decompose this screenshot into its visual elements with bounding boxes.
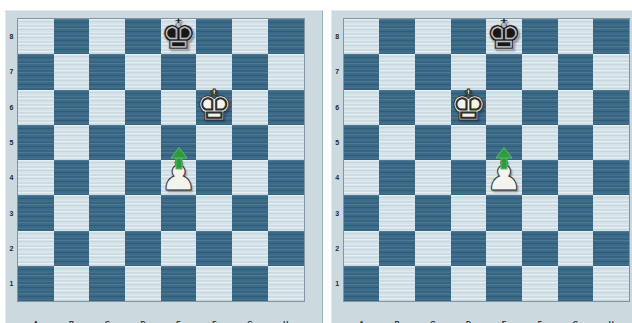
board-squares: ♚♚♟ [343,18,631,302]
file-label-h: H [268,319,304,323]
left-square-f1[interactable] [196,266,232,301]
left-square-e8[interactable]: ♚ [161,19,197,54]
rank-label-8: 8 [332,19,343,54]
right-square-b1[interactable] [379,266,415,301]
rank-label-2: 2 [332,231,343,266]
right-square-e1[interactable] [486,266,522,301]
file-label-a: A [18,319,54,323]
right-square-h3[interactable] [593,195,629,230]
left-square-e7[interactable] [161,54,197,89]
left-square-h2[interactable] [268,231,304,266]
file-label-b: B [54,319,90,323]
right-square-a1[interactable] [344,266,380,301]
left-square-d6[interactable] [125,90,161,125]
right-square-a7[interactable] [344,54,380,89]
left-square-a7[interactable] [18,54,54,89]
rank-label-5: 5 [6,125,17,160]
right-square-b8[interactable] [379,19,415,54]
left-square-g1[interactable] [232,266,268,301]
left-square-e3[interactable] [161,195,197,230]
right-square-b5[interactable] [379,125,415,160]
right-square-g6[interactable] [558,90,594,125]
left-square-f4[interactable] [196,160,232,195]
right-square-d8[interactable] [451,19,487,54]
file-labels: ABCDEFGH [18,319,304,323]
left-square-d1[interactable] [125,266,161,301]
right-square-a3[interactable] [344,195,380,230]
rank-label-6: 6 [6,90,17,125]
left-square-f8[interactable] [196,19,232,54]
right-square-e2[interactable] [486,231,522,266]
rank-labels: 87654321 [332,19,343,301]
left-square-b6[interactable] [54,90,90,125]
left-square-e4[interactable]: ♟ [161,160,197,195]
rank-label-8: 8 [6,19,17,54]
left-square-a4[interactable] [18,160,54,195]
left-square-f2[interactable] [196,231,232,266]
right-square-e8[interactable]: ♚ [486,19,522,54]
file-label-a: A [344,319,380,323]
left-square-f6[interactable]: ♚ [196,90,232,125]
rank-label-1: 1 [332,266,343,301]
rank-label-6: 6 [332,90,343,125]
left-square-a5[interactable] [18,125,54,160]
right-square-e4[interactable]: ♟ [486,160,522,195]
file-label-g: G [558,319,594,323]
left-square-a3[interactable] [18,195,54,230]
left-square-c3[interactable] [89,195,125,230]
right-square-h2[interactable] [593,231,629,266]
right-square-d3[interactable] [451,195,487,230]
left-square-e1[interactable] [161,266,197,301]
right-square-d4[interactable] [451,160,487,195]
left-square-h3[interactable] [268,195,304,230]
left-square-h8[interactable] [268,19,304,54]
file-label-c: C [415,319,451,323]
right-square-h8[interactable] [593,19,629,54]
left-square-b2[interactable] [54,231,90,266]
right-square-g4[interactable] [558,160,594,195]
right-square-g3[interactable] [558,195,594,230]
right-square-d6[interactable]: ♚ [451,90,487,125]
left-square-c6[interactable] [89,90,125,125]
left-square-h1[interactable] [268,266,304,301]
rank-label-5: 5 [332,125,343,160]
left-square-c8[interactable] [89,19,125,54]
right-square-a6[interactable] [344,90,380,125]
right-square-a4[interactable] [344,160,380,195]
left-square-c1[interactable] [89,266,125,301]
left-square-a1[interactable] [18,266,54,301]
right-square-f4[interactable] [522,160,558,195]
right-square-h4[interactable] [593,160,629,195]
file-labels: ABCDEFGH [344,319,630,323]
boards-row: 87654321 ♚♚♟ ABCDEFGH 87654321 ♚♚♟ ABCDE… [0,0,632,323]
left-square-d2[interactable] [125,231,161,266]
rank-label-3: 3 [332,195,343,230]
rank-labels: 87654321 [6,19,17,301]
left-square-c5[interactable] [89,125,125,160]
right-square-b7[interactable] [379,54,415,89]
right-square-g2[interactable] [558,231,594,266]
left-square-h4[interactable] [268,160,304,195]
right-square-c8[interactable] [415,19,451,54]
rank-label-1: 1 [6,266,17,301]
white-pawn[interactable]: ♟ [485,158,523,193]
left-square-c2[interactable] [89,231,125,266]
right-square-f1[interactable] [522,266,558,301]
right-square-h6[interactable] [593,90,629,125]
right-square-b3[interactable] [379,195,415,230]
right-square-f7[interactable] [522,54,558,89]
file-label-d: D [451,319,487,323]
left-square-b7[interactable] [54,54,90,89]
right-square-e3[interactable] [486,195,522,230]
white-pawn[interactable]: ♟ [160,158,198,193]
left-square-e2[interactable] [161,231,197,266]
left-square-a2[interactable] [18,231,54,266]
right-square-e6[interactable] [486,90,522,125]
left-square-e6[interactable] [161,90,197,125]
right-square-c7[interactable] [415,54,451,89]
file-label-h: H [593,319,629,323]
right-square-f5[interactable] [522,125,558,160]
file-label-e: E [486,319,522,323]
right-square-b6[interactable] [379,90,415,125]
right-square-d5[interactable] [451,125,487,160]
left-square-h6[interactable] [268,90,304,125]
right-square-c3[interactable] [415,195,451,230]
left-square-d5[interactable] [125,125,161,160]
board-squares: ♚♚♟ [17,18,305,302]
right-square-d1[interactable] [451,266,487,301]
left-square-f3[interactable] [196,195,232,230]
right-square-g5[interactable] [558,125,594,160]
left-square-a8[interactable] [18,19,54,54]
left-square-c4[interactable] [89,160,125,195]
white-king[interactable]: ♚ [450,88,488,123]
file-label-d: D [125,319,161,323]
left-square-g3[interactable] [232,195,268,230]
left-square-b1[interactable] [54,266,90,301]
rank-label-7: 7 [332,54,343,89]
chess-board-left: 87654321 ♚♚♟ ABCDEFGH [5,10,323,323]
right-square-f3[interactable] [522,195,558,230]
file-label-f: F [196,319,232,323]
left-square-b5[interactable] [54,125,90,160]
rank-label-2: 2 [6,231,17,266]
right-square-a8[interactable] [344,19,380,54]
left-square-g2[interactable] [232,231,268,266]
black-king[interactable]: ♚ [485,17,523,52]
file-label-b: B [379,319,415,323]
left-square-g6[interactable] [232,90,268,125]
left-square-f5[interactable] [196,125,232,160]
left-square-b8[interactable] [54,19,90,54]
right-square-c2[interactable] [415,231,451,266]
rank-label-4: 4 [6,160,17,195]
left-square-a6[interactable] [18,90,54,125]
left-square-g7[interactable] [232,54,268,89]
right-square-f8[interactable] [522,19,558,54]
right-square-b2[interactable] [379,231,415,266]
right-square-f2[interactable] [522,231,558,266]
right-square-h1[interactable] [593,266,629,301]
rank-label-3: 3 [6,195,17,230]
right-square-a2[interactable] [344,231,380,266]
right-square-b4[interactable] [379,160,415,195]
right-square-c5[interactable] [415,125,451,160]
left-square-g5[interactable] [232,125,268,160]
left-square-d7[interactable] [125,54,161,89]
left-square-d8[interactable] [125,19,161,54]
right-square-h7[interactable] [593,54,629,89]
file-label-f: F [522,319,558,323]
chess-board-right: 87654321 ♚♚♟ ABCDEFGH [331,10,632,323]
right-square-a5[interactable] [344,125,380,160]
right-square-d2[interactable] [451,231,487,266]
file-label-g: G [232,319,268,323]
white-king[interactable]: ♚ [195,88,233,123]
right-square-c6[interactable] [415,90,451,125]
right-square-g1[interactable] [558,266,594,301]
left-square-g8[interactable] [232,19,268,54]
left-square-b4[interactable] [54,160,90,195]
left-square-h7[interactable] [268,54,304,89]
right-square-f6[interactable] [522,90,558,125]
file-label-c: C [89,319,125,323]
right-square-g8[interactable] [558,19,594,54]
left-square-d4[interactable] [125,160,161,195]
black-king[interactable]: ♚ [160,17,198,52]
right-square-c4[interactable] [415,160,451,195]
right-square-g7[interactable] [558,54,594,89]
rank-label-7: 7 [6,54,17,89]
right-square-c1[interactable] [415,266,451,301]
left-square-b3[interactable] [54,195,90,230]
left-square-c7[interactable] [89,54,125,89]
left-square-h5[interactable] [268,125,304,160]
left-square-d3[interactable] [125,195,161,230]
right-square-e7[interactable] [486,54,522,89]
right-square-h5[interactable] [593,125,629,160]
file-label-e: E [161,319,197,323]
rank-label-4: 4 [332,160,343,195]
left-square-g4[interactable] [232,160,268,195]
